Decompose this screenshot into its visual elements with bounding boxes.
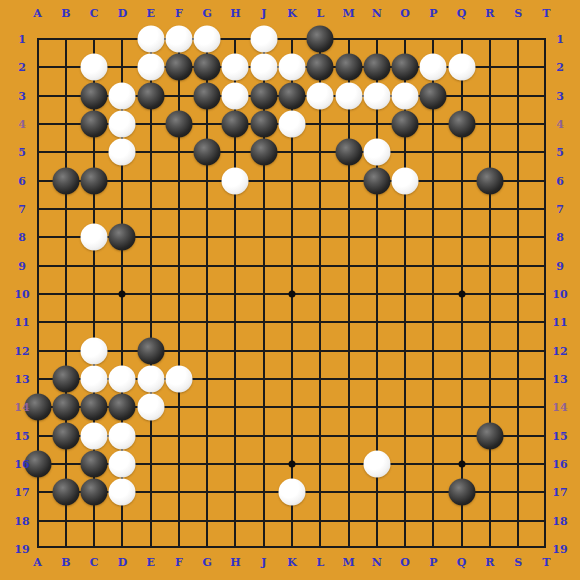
col-label-bottom-Q[interactable]: Q [457, 556, 467, 569]
row-label-right-2[interactable]: 2 [556, 61, 564, 74]
go-board: AABBCCDDEEFFGGHHJJKKLLMMNNOOPPQQRRSSTT11… [0, 0, 580, 580]
row-label-left-1[interactable]: 1 [18, 33, 26, 46]
row-label-right-5[interactable]: 5 [556, 146, 564, 159]
row-label-right-8[interactable]: 8 [556, 231, 564, 244]
row-label-right-13[interactable]: 13 [552, 372, 567, 385]
col-label-bottom-J[interactable]: J [261, 556, 266, 569]
row-label-left-4[interactable]: 4 [18, 117, 26, 130]
col-label-top-B[interactable]: B [61, 7, 70, 20]
row-label-right-3[interactable]: 3 [556, 89, 564, 102]
row-label-right-7[interactable]: 7 [556, 202, 564, 215]
row-label-left-2[interactable]: 2 [18, 61, 26, 74]
row-label-right-17[interactable]: 17 [552, 486, 567, 499]
row-label-right-10[interactable]: 10 [552, 287, 567, 300]
row-label-left-19[interactable]: 19 [14, 542, 29, 555]
col-label-top-T[interactable]: T [542, 7, 550, 20]
row-label-right-11[interactable]: 11 [552, 316, 567, 329]
col-label-bottom-T[interactable]: T [542, 556, 550, 569]
row-label-left-6[interactable]: 6 [18, 174, 26, 187]
col-label-bottom-A[interactable]: A [33, 556, 42, 569]
col-label-bottom-F[interactable]: F [175, 556, 183, 569]
col-label-top-E[interactable]: E [146, 7, 154, 20]
row-label-right-19[interactable]: 19 [552, 542, 567, 555]
row-label-left-8[interactable]: 8 [18, 231, 26, 244]
col-label-top-P[interactable]: P [429, 7, 437, 20]
col-label-bottom-O[interactable]: O [400, 556, 410, 569]
row-label-right-16[interactable]: 16 [552, 457, 567, 470]
col-label-bottom-G[interactable]: G [203, 556, 212, 569]
col-label-top-N[interactable]: N [372, 7, 382, 20]
col-label-bottom-S[interactable]: S [514, 556, 522, 569]
col-label-bottom-N[interactable]: N [372, 556, 382, 569]
col-label-bottom-R[interactable]: R [485, 556, 494, 569]
row-label-left-5[interactable]: 5 [18, 146, 26, 159]
row-label-left-9[interactable]: 9 [18, 259, 26, 272]
col-label-bottom-C[interactable]: C [90, 556, 99, 569]
row-label-left-17[interactable]: 17 [14, 486, 29, 499]
coordinate-labels: AABBCCDDEEFFGGHHJJKKLLMMNNOOPPQQRRSSTT11… [0, 0, 580, 580]
row-label-left-10[interactable]: 10 [14, 287, 29, 300]
row-label-left-18[interactable]: 18 [14, 514, 29, 527]
col-label-bottom-H[interactable]: H [230, 556, 240, 569]
col-label-top-R[interactable]: R [485, 7, 494, 20]
col-label-bottom-B[interactable]: B [61, 556, 70, 569]
row-label-left-11[interactable]: 11 [14, 316, 29, 329]
col-label-bottom-M[interactable]: M [342, 556, 354, 569]
row-label-right-4[interactable]: 4 [556, 117, 564, 130]
row-label-left-12[interactable]: 12 [14, 344, 29, 357]
col-label-top-K[interactable]: K [287, 7, 297, 20]
row-label-right-12[interactable]: 12 [552, 344, 567, 357]
col-label-bottom-K[interactable]: K [287, 556, 297, 569]
row-label-right-1[interactable]: 1 [556, 33, 564, 46]
row-label-left-16[interactable]: 16 [14, 457, 29, 470]
col-label-bottom-P[interactable]: P [429, 556, 437, 569]
row-label-left-13[interactable]: 13 [14, 372, 29, 385]
col-label-bottom-D[interactable]: D [118, 556, 128, 569]
col-label-top-D[interactable]: D [118, 7, 128, 20]
col-label-top-H[interactable]: H [230, 7, 240, 20]
row-label-right-15[interactable]: 15 [552, 429, 567, 442]
col-label-top-S[interactable]: S [514, 7, 522, 20]
col-label-bottom-L[interactable]: L [316, 556, 324, 569]
row-label-right-9[interactable]: 9 [556, 259, 564, 272]
col-label-top-Q[interactable]: Q [457, 7, 467, 20]
row-label-right-6[interactable]: 6 [556, 174, 564, 187]
col-label-top-M[interactable]: M [342, 7, 354, 20]
row-label-right-14[interactable]: 14 [552, 401, 567, 414]
col-label-top-O[interactable]: O [400, 7, 410, 20]
col-label-top-L[interactable]: L [316, 7, 324, 20]
col-label-top-A[interactable]: A [33, 7, 42, 20]
row-label-left-3[interactable]: 3 [18, 89, 26, 102]
row-label-left-15[interactable]: 15 [14, 429, 29, 442]
col-label-top-J[interactable]: J [261, 7, 266, 20]
row-label-left-14[interactable]: 14 [14, 401, 29, 414]
col-label-top-C[interactable]: C [90, 7, 99, 20]
row-label-left-7[interactable]: 7 [18, 202, 26, 215]
row-label-right-18[interactable]: 18 [552, 514, 567, 527]
col-label-bottom-E[interactable]: E [146, 556, 154, 569]
col-label-top-F[interactable]: F [175, 7, 183, 20]
col-label-top-G[interactable]: G [203, 7, 212, 20]
